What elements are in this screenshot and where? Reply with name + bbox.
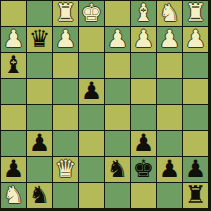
- piece-white-pawn[interactable]: ♟: [133, 27, 155, 51]
- piece-black-pawn[interactable]: ♟: [81, 79, 103, 103]
- piece-white-pawn[interactable]: ♟: [107, 27, 129, 51]
- piece-black-queen[interactable]: ♛: [29, 27, 51, 51]
- piece-white-bishop[interactable]: ♝: [133, 1, 155, 25]
- chess-board: ♜♚♝♞♜♟♛♟♟♟♟♟♝♟♟♟♟♛♞♚♟♟♞♞♜: [1, 1, 208, 208]
- square-a3[interactable]: [183, 53, 208, 78]
- square-d3[interactable]: [105, 53, 130, 78]
- piece-black-bishop[interactable]: ♝: [3, 53, 25, 77]
- square-a8[interactable]: ♜: [183, 183, 208, 208]
- square-f5[interactable]: [53, 105, 78, 130]
- square-e5[interactable]: [79, 105, 104, 130]
- square-h1[interactable]: [1, 1, 26, 26]
- piece-white-rook[interactable]: ♜: [185, 1, 207, 25]
- square-e7[interactable]: [79, 157, 104, 182]
- square-h5[interactable]: [1, 105, 26, 130]
- piece-black-pawn[interactable]: ♟: [159, 157, 181, 181]
- square-d1[interactable]: [105, 1, 130, 26]
- piece-white-pawn[interactable]: ♟: [185, 27, 207, 51]
- square-d7[interactable]: ♞: [105, 157, 130, 182]
- piece-black-knight[interactable]: ♞: [107, 157, 129, 181]
- square-a1[interactable]: ♜: [183, 1, 208, 26]
- square-c4[interactable]: [131, 79, 156, 104]
- square-h8[interactable]: ♞: [1, 183, 26, 208]
- square-a5[interactable]: [183, 105, 208, 130]
- piece-black-pawn[interactable]: ♟: [185, 157, 207, 181]
- square-b4[interactable]: [157, 79, 182, 104]
- piece-white-knight[interactable]: ♞: [159, 1, 181, 25]
- piece-white-pawn[interactable]: ♟: [159, 27, 181, 51]
- square-b5[interactable]: [157, 105, 182, 130]
- square-e6[interactable]: [79, 131, 104, 156]
- square-e4[interactable]: ♟: [79, 79, 104, 104]
- piece-white-pawn[interactable]: ♟: [55, 27, 77, 51]
- piece-black-knight[interactable]: ♞: [29, 183, 51, 207]
- square-g1[interactable]: [27, 1, 52, 26]
- square-c8[interactable]: [131, 183, 156, 208]
- square-e2[interactable]: [79, 27, 104, 52]
- square-a4[interactable]: [183, 79, 208, 104]
- square-e1[interactable]: ♚: [79, 1, 104, 26]
- square-f7[interactable]: ♛: [53, 157, 78, 182]
- square-e3[interactable]: [79, 53, 104, 78]
- square-g7[interactable]: [27, 157, 52, 182]
- square-d6[interactable]: [105, 131, 130, 156]
- square-b8[interactable]: [157, 183, 182, 208]
- piece-black-pawn[interactable]: ♟: [133, 131, 155, 155]
- square-e8[interactable]: [79, 183, 104, 208]
- piece-white-king[interactable]: ♚: [81, 1, 103, 25]
- square-d4[interactable]: [105, 79, 130, 104]
- square-g8[interactable]: ♞: [27, 183, 52, 208]
- square-c5[interactable]: [131, 105, 156, 130]
- square-g6[interactable]: ♟: [27, 131, 52, 156]
- square-f1[interactable]: ♜: [53, 1, 78, 26]
- square-h6[interactable]: [1, 131, 26, 156]
- square-d5[interactable]: [105, 105, 130, 130]
- square-g2[interactable]: ♛: [27, 27, 52, 52]
- piece-black-king[interactable]: ♚: [133, 157, 155, 181]
- piece-white-queen[interactable]: ♛: [55, 157, 77, 181]
- piece-white-pawn[interactable]: ♟: [3, 27, 25, 51]
- square-a6[interactable]: [183, 131, 208, 156]
- square-h7[interactable]: ♟: [1, 157, 26, 182]
- square-d2[interactable]: ♟: [105, 27, 130, 52]
- square-a2[interactable]: ♟: [183, 27, 208, 52]
- square-h3[interactable]: ♝: [1, 53, 26, 78]
- square-h4[interactable]: [1, 79, 26, 104]
- piece-white-knight[interactable]: ♞: [3, 183, 25, 207]
- square-b7[interactable]: ♟: [157, 157, 182, 182]
- square-f8[interactable]: [53, 183, 78, 208]
- square-c1[interactable]: ♝: [131, 1, 156, 26]
- chess-board-frame: ♜♚♝♞♜♟♛♟♟♟♟♟♝♟♟♟♟♛♞♚♟♟♞♞♜: [0, 0, 211, 211]
- square-c2[interactable]: ♟: [131, 27, 156, 52]
- square-f2[interactable]: ♟: [53, 27, 78, 52]
- piece-black-pawn[interactable]: ♟: [29, 131, 51, 155]
- square-f6[interactable]: [53, 131, 78, 156]
- square-c3[interactable]: [131, 53, 156, 78]
- square-c7[interactable]: ♚: [131, 157, 156, 182]
- square-h2[interactable]: ♟: [1, 27, 26, 52]
- square-g3[interactable]: [27, 53, 52, 78]
- square-a7[interactable]: ♟: [183, 157, 208, 182]
- square-f4[interactable]: [53, 79, 78, 104]
- square-b2[interactable]: ♟: [157, 27, 182, 52]
- square-c6[interactable]: ♟: [131, 131, 156, 156]
- piece-black-rook[interactable]: ♜: [185, 183, 207, 207]
- square-d8[interactable]: [105, 183, 130, 208]
- square-b3[interactable]: [157, 53, 182, 78]
- square-f3[interactable]: [53, 53, 78, 78]
- piece-black-pawn[interactable]: ♟: [3, 157, 25, 181]
- square-g4[interactable]: [27, 79, 52, 104]
- square-g5[interactable]: [27, 105, 52, 130]
- square-b1[interactable]: ♞: [157, 1, 182, 26]
- square-b6[interactable]: [157, 131, 182, 156]
- piece-white-rook[interactable]: ♜: [55, 1, 77, 25]
